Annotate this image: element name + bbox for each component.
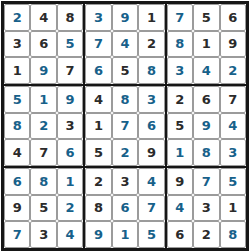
sudoku-cell-r3c2[interactable]: 9 (30, 57, 56, 84)
sudoku-box-5: 483176529 (84, 85, 165, 167)
sudoku-box-4: 519823476 (3, 85, 84, 167)
sudoku-cell-r5c1[interactable]: 8 (4, 113, 30, 140)
sudoku-cell-r1c7[interactable]: 7 (167, 4, 193, 31)
sudoku-cell-r8c1[interactable]: 9 (4, 195, 30, 222)
sudoku-box-6: 267594183 (166, 85, 247, 167)
sudoku-cell-r9c9[interactable]: 8 (220, 221, 246, 248)
sudoku-cell-r4c9[interactable]: 7 (220, 86, 246, 113)
sudoku-cell-r8c5[interactable]: 6 (112, 195, 138, 222)
sudoku-cell-r2c6[interactable]: 2 (138, 31, 164, 58)
sudoku-cell-r5c8[interactable]: 9 (193, 113, 219, 140)
sudoku-cell-r5c4[interactable]: 1 (85, 113, 111, 140)
sudoku-cell-r4c5[interactable]: 8 (112, 86, 138, 113)
sudoku-cell-r6c6[interactable]: 9 (138, 139, 164, 166)
sudoku-cell-r9c4[interactable]: 9 (85, 221, 111, 248)
sudoku-cell-r3c3[interactable]: 7 (57, 57, 83, 84)
sudoku-cell-r7c7[interactable]: 9 (167, 168, 193, 195)
sudoku-cell-r9c5[interactable]: 1 (112, 221, 138, 248)
sudoku-page: 2483651973917426587568193425198234764831… (0, 0, 250, 252)
sudoku-cell-r7c8[interactable]: 7 (193, 168, 219, 195)
sudoku-cell-r2c9[interactable]: 9 (220, 31, 246, 58)
sudoku-cell-r1c1[interactable]: 2 (4, 4, 30, 31)
sudoku-cell-r9c6[interactable]: 5 (138, 221, 164, 248)
sudoku-box-2: 391742658 (84, 3, 165, 85)
sudoku-cell-r9c8[interactable]: 2 (193, 221, 219, 248)
sudoku-cell-r3c8[interactable]: 4 (193, 57, 219, 84)
sudoku-cell-r8c7[interactable]: 4 (167, 195, 193, 222)
sudoku-cell-r6c5[interactable]: 2 (112, 139, 138, 166)
sudoku-cell-r3c7[interactable]: 3 (167, 57, 193, 84)
sudoku-cell-r2c4[interactable]: 7 (85, 31, 111, 58)
sudoku-cell-r2c7[interactable]: 8 (167, 31, 193, 58)
sudoku-cell-r1c3[interactable]: 8 (57, 4, 83, 31)
sudoku-cell-r6c7[interactable]: 1 (167, 139, 193, 166)
sudoku-cell-r3c9[interactable]: 2 (220, 57, 246, 84)
sudoku-box-9: 975431628 (166, 167, 247, 249)
sudoku-cell-r6c9[interactable]: 3 (220, 139, 246, 166)
sudoku-cell-r5c5[interactable]: 7 (112, 113, 138, 140)
sudoku-cell-r6c2[interactable]: 7 (30, 139, 56, 166)
sudoku-cell-r4c2[interactable]: 1 (30, 86, 56, 113)
sudoku-cell-r2c2[interactable]: 6 (30, 31, 56, 58)
sudoku-cell-r9c7[interactable]: 6 (167, 221, 193, 248)
sudoku-cell-r7c2[interactable]: 8 (30, 168, 56, 195)
sudoku-cell-r7c9[interactable]: 5 (220, 168, 246, 195)
sudoku-cell-r7c4[interactable]: 2 (85, 168, 111, 195)
sudoku-cell-r9c1[interactable]: 7 (4, 221, 30, 248)
sudoku-box-1: 248365197 (3, 3, 84, 85)
sudoku-cell-r8c3[interactable]: 2 (57, 195, 83, 222)
sudoku-cell-r5c9[interactable]: 4 (220, 113, 246, 140)
sudoku-cell-r1c2[interactable]: 4 (30, 4, 56, 31)
sudoku-cell-r8c2[interactable]: 5 (30, 195, 56, 222)
sudoku-board: 2483651973917426587568193425198234764831… (1, 1, 249, 251)
sudoku-cell-r8c6[interactable]: 7 (138, 195, 164, 222)
sudoku-cell-r5c6[interactable]: 6 (138, 113, 164, 140)
sudoku-cell-r5c2[interactable]: 2 (30, 113, 56, 140)
sudoku-cell-r2c1[interactable]: 3 (4, 31, 30, 58)
sudoku-cell-r2c8[interactable]: 1 (193, 31, 219, 58)
sudoku-cell-r6c4[interactable]: 5 (85, 139, 111, 166)
sudoku-cell-r7c6[interactable]: 4 (138, 168, 164, 195)
sudoku-cell-r3c5[interactable]: 5 (112, 57, 138, 84)
sudoku-cell-r4c3[interactable]: 9 (57, 86, 83, 113)
sudoku-cell-r7c5[interactable]: 3 (112, 168, 138, 195)
sudoku-box-7: 681952734 (3, 167, 84, 249)
sudoku-box-3: 756819342 (166, 3, 247, 85)
sudoku-cell-r4c7[interactable]: 2 (167, 86, 193, 113)
sudoku-cell-r1c6[interactable]: 1 (138, 4, 164, 31)
sudoku-cell-r8c8[interactable]: 3 (193, 195, 219, 222)
sudoku-cell-r4c4[interactable]: 4 (85, 86, 111, 113)
sudoku-cell-r7c3[interactable]: 1 (57, 168, 83, 195)
sudoku-cell-r1c9[interactable]: 6 (220, 4, 246, 31)
sudoku-cell-r3c6[interactable]: 8 (138, 57, 164, 84)
sudoku-cell-r6c3[interactable]: 6 (57, 139, 83, 166)
sudoku-cell-r2c3[interactable]: 5 (57, 31, 83, 58)
sudoku-box-8: 234867915 (84, 167, 165, 249)
sudoku-cell-r2c5[interactable]: 4 (112, 31, 138, 58)
sudoku-cell-r5c7[interactable]: 5 (167, 113, 193, 140)
sudoku-cell-r6c1[interactable]: 4 (4, 139, 30, 166)
sudoku-cell-r6c8[interactable]: 8 (193, 139, 219, 166)
sudoku-cell-r9c2[interactable]: 3 (30, 221, 56, 248)
sudoku-cell-r4c6[interactable]: 3 (138, 86, 164, 113)
sudoku-cell-r8c9[interactable]: 1 (220, 195, 246, 222)
sudoku-cell-r3c1[interactable]: 1 (4, 57, 30, 84)
sudoku-cell-r4c1[interactable]: 5 (4, 86, 30, 113)
sudoku-cell-r1c4[interactable]: 3 (85, 4, 111, 31)
sudoku-cell-r8c4[interactable]: 8 (85, 195, 111, 222)
sudoku-cell-r7c1[interactable]: 6 (4, 168, 30, 195)
sudoku-cell-r5c3[interactable]: 3 (57, 113, 83, 140)
sudoku-cell-r3c4[interactable]: 6 (85, 57, 111, 84)
sudoku-cell-r9c3[interactable]: 4 (57, 221, 83, 248)
sudoku-cell-r1c5[interactable]: 9 (112, 4, 138, 31)
sudoku-cell-r1c8[interactable]: 5 (193, 4, 219, 31)
sudoku-cell-r4c8[interactable]: 6 (193, 86, 219, 113)
